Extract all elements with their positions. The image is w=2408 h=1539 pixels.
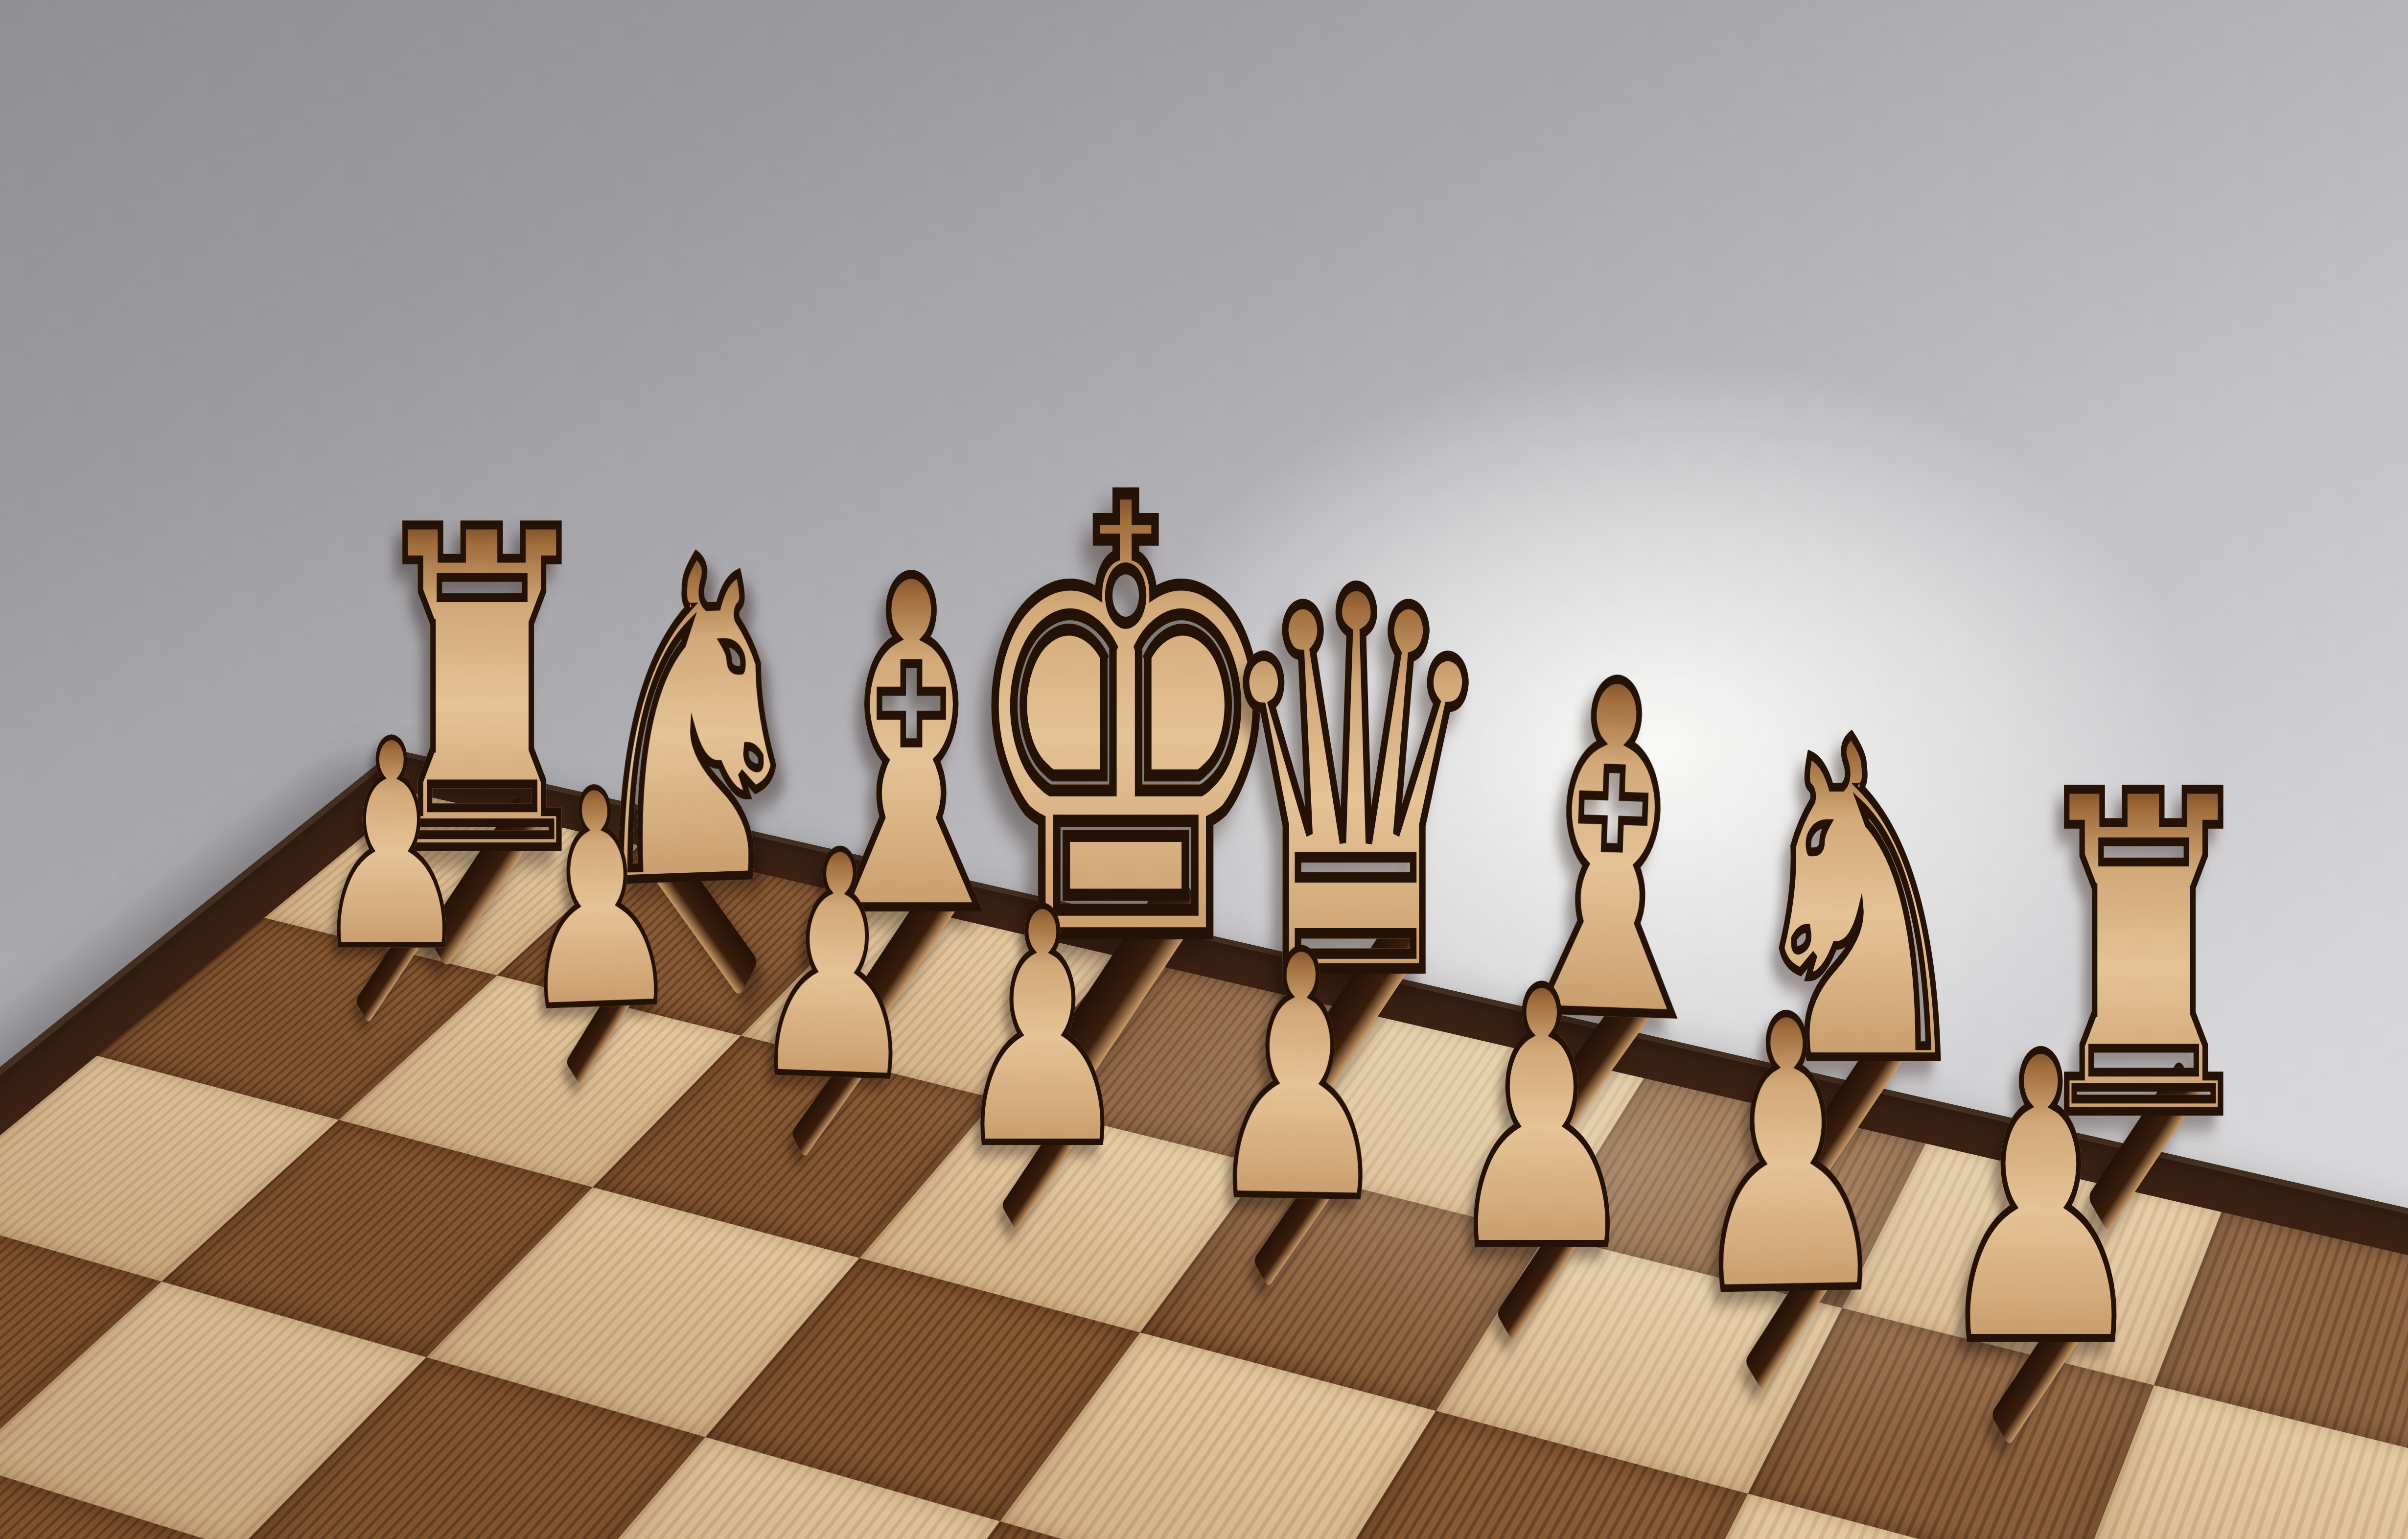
pawn-glyph: ♟ xyxy=(1681,968,1896,1346)
piece-white-pawn-b2: ♟ xyxy=(1681,968,1896,1346)
pawn-glyph: ♟ xyxy=(745,810,927,1124)
pawn-glyph: ♟ xyxy=(313,705,470,989)
pawn-glyph: ♟ xyxy=(1931,1004,2150,1399)
piece-white-pawn-h2: ♟ xyxy=(313,705,470,989)
piece-white-pawn-e2: ♟ xyxy=(953,868,1133,1191)
pawn-glyph: ♟ xyxy=(1443,943,1641,1298)
pawn-glyph: ♟ xyxy=(510,750,685,1051)
piece-white-pawn-c2: ♟ xyxy=(1443,943,1641,1298)
photo-of-wooden-chess-set: { "game": "chess", "scene_description": … xyxy=(0,0,2408,1539)
pawn-glyph: ♟ xyxy=(1203,908,1396,1249)
pawn-glyph: ♟ xyxy=(953,868,1133,1191)
piece-white-pawn-f2: ♟ xyxy=(745,810,927,1124)
piece-white-pawn-g2: ♟ xyxy=(510,750,685,1051)
piece-white-pawn-d2: ♟ xyxy=(1203,908,1396,1249)
piece-white-pawn-a2: ♟ xyxy=(1931,1004,2150,1399)
piece-layer: ♜♞♝♚♛♝♞♜♟♟♟♟♟♟♟♟ xyxy=(0,0,2408,1539)
